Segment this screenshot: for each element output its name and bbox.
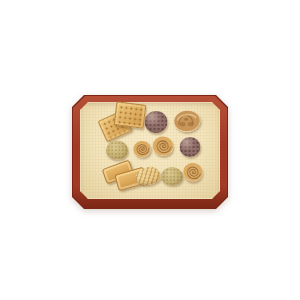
cookie-matcha-round-1 bbox=[106, 141, 128, 160]
cookie-layer bbox=[0, 0, 300, 300]
cookie-swirl-2 bbox=[152, 135, 174, 156]
cookie-swirl-3 bbox=[181, 160, 205, 183]
cookie-chocolate-ball-1 bbox=[145, 111, 168, 133]
cookie-pretzel-1 bbox=[172, 109, 201, 134]
cookie-swirl-1 bbox=[132, 139, 152, 158]
cookie-chocolate-ball-2 bbox=[180, 137, 201, 157]
product-photo bbox=[0, 0, 300, 300]
cookie-matcha-round-2 bbox=[161, 167, 183, 185]
cookie-cracker-2 bbox=[114, 101, 147, 128]
